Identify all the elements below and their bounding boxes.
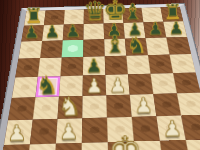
black-pawn-a7: ♟	[21, 24, 42, 42]
square-f2[interactable]	[132, 116, 160, 141]
square-g5[interactable]	[148, 55, 173, 74]
square-e5[interactable]	[105, 56, 128, 75]
square-d7[interactable]	[83, 23, 104, 39]
white-pawn-f3: ♟	[131, 96, 156, 117]
square-a7[interactable]: ♟	[21, 25, 44, 41]
square-h6[interactable]	[166, 37, 191, 55]
square-h5[interactable]	[170, 54, 196, 73]
square-h8[interactable]: ♜	[161, 7, 184, 22]
black-pawn-h7: ♟	[166, 20, 187, 38]
chess-game-scene: ♜♛♚♝♜♟♟♟♟♟♟♟♝♞♟♞♟♟♞♟♟♟♟♚	[0, 0, 200, 150]
square-d6[interactable]	[83, 39, 105, 57]
square-f4[interactable]	[128, 74, 153, 95]
square-a8[interactable]: ♜	[24, 11, 46, 26]
square-c8[interactable]	[64, 9, 84, 24]
white-knight-c3: ♞	[57, 93, 82, 120]
square-c4[interactable]	[59, 76, 83, 97]
square-b7[interactable]: ♟	[42, 25, 64, 41]
white-pawn-a2: ♟	[4, 123, 31, 146]
square-d5[interactable]: ♟	[83, 56, 106, 75]
chess-board: ♜♛♚♝♜♟♟♟♟♟♟♟♝♞♟♞♟♟♞♟♟♟♟♚	[0, 4, 200, 150]
black-pawn-f7: ♟	[124, 21, 145, 39]
white-pawn-e4: ♟	[106, 75, 130, 95]
square-b8[interactable]	[44, 10, 65, 25]
white-pawn-d4: ♟	[82, 76, 106, 96]
square-c6[interactable]	[62, 40, 84, 58]
black-rook-h8: ♜	[163, 1, 183, 22]
square-a6[interactable]	[18, 41, 42, 59]
square-a4[interactable]	[12, 77, 38, 98]
square-f5[interactable]	[126, 55, 150, 74]
square-e6[interactable]: ♝	[104, 39, 126, 57]
square-a1[interactable]	[0, 144, 30, 150]
square-c5[interactable]	[60, 57, 83, 76]
square-e3[interactable]	[106, 95, 132, 118]
square-e4[interactable]: ♟	[105, 74, 129, 95]
square-c2[interactable]: ♟	[56, 118, 82, 143]
square-d8[interactable]: ♛	[84, 9, 104, 24]
square-e2[interactable]	[107, 117, 134, 142]
square-a3[interactable]	[8, 97, 35, 120]
square-d2[interactable]	[82, 118, 108, 143]
black-knight-b4: ♞	[35, 72, 59, 97]
square-f7[interactable]: ♟	[124, 22, 146, 38]
square-e8[interactable]: ♚	[103, 8, 123, 23]
square-a2[interactable]: ♟	[4, 120, 33, 145]
square-f8[interactable]: ♝	[122, 8, 143, 23]
square-e7[interactable]: ♟	[104, 23, 125, 39]
square-b2[interactable]	[30, 119, 58, 144]
square-f6[interactable]: ♞	[125, 38, 148, 56]
square-b4[interactable]: ♞	[35, 76, 60, 97]
square-b1[interactable]	[27, 144, 56, 150]
black-pawn-b7: ♟	[42, 23, 63, 41]
square-d1[interactable]	[81, 142, 108, 150]
black-rook-a8: ♜	[24, 5, 44, 26]
square-b3[interactable]	[33, 97, 59, 120]
square-f3[interactable]: ♟	[130, 94, 157, 117]
black-pawn-d5: ♟	[82, 56, 105, 76]
square-e1[interactable]: ♚	[108, 141, 136, 150]
square-c3[interactable]: ♞	[58, 96, 83, 119]
square-g8[interactable]	[141, 7, 163, 22]
square-c7[interactable]: ♟	[63, 24, 84, 40]
square-g4[interactable]	[151, 73, 177, 94]
square-d4[interactable]: ♟	[83, 75, 107, 96]
square-h3[interactable]	[177, 93, 200, 116]
square-h4[interactable]	[173, 72, 200, 93]
black-pawn-e7: ♟	[104, 22, 125, 40]
square-h1[interactable]	[186, 139, 200, 150]
square-a5[interactable]	[15, 58, 40, 77]
square-d3[interactable]	[82, 95, 107, 118]
square-c1[interactable]	[54, 143, 82, 150]
black-pawn-c7: ♟	[62, 23, 83, 41]
square-h7[interactable]: ♟	[163, 21, 187, 37]
square-b5[interactable]	[38, 58, 62, 77]
square-b6[interactable]	[40, 40, 63, 58]
white-pawn-c2: ♟	[55, 121, 82, 144]
